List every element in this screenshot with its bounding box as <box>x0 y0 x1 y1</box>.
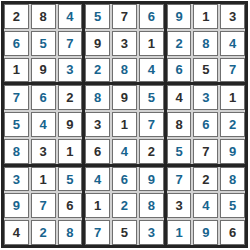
sudoku-cell-r1c3[interactable]: 4 <box>58 4 83 29</box>
sudoku-cell-r4c3[interactable]: 2 <box>58 85 83 110</box>
sudoku-cell-r9c4[interactable]: 7 <box>85 220 110 245</box>
sudoku-cell-r8c4[interactable]: 1 <box>85 193 110 218</box>
sudoku-cell-r3c8[interactable]: 5 <box>193 58 218 83</box>
sudoku-cell-r1c4[interactable]: 5 <box>85 4 110 29</box>
sudoku-cell-r1c2[interactable]: 8 <box>31 4 56 29</box>
sudoku-cell-r1c7[interactable]: 9 <box>167 4 192 29</box>
sudoku-box-8: 728345196 <box>167 167 245 245</box>
sudoku-cell-r9c9[interactable]: 6 <box>220 220 245 245</box>
sudoku-cell-r7c9[interactable]: 8 <box>220 167 245 192</box>
sudoku-cell-r3c3[interactable]: 3 <box>58 58 83 83</box>
sudoku-box-2: 913284657 <box>167 4 245 82</box>
sudoku-cell-r9c6[interactable]: 3 <box>139 220 164 245</box>
sudoku-cell-r6c3[interactable]: 1 <box>58 139 83 164</box>
sudoku-cell-r5c2[interactable]: 4 <box>31 112 56 137</box>
sudoku-cell-r6c4[interactable]: 6 <box>85 139 110 164</box>
sudoku-cell-r9c8[interactable]: 9 <box>193 220 218 245</box>
sudoku-cell-r5c7[interactable]: 8 <box>167 112 192 137</box>
sudoku-cell-r8c6[interactable]: 8 <box>139 193 164 218</box>
sudoku-cell-r3c6[interactable]: 4 <box>139 58 164 83</box>
sudoku-cell-r6c9[interactable]: 9 <box>220 139 245 164</box>
sudoku-cell-r7c8[interactable]: 2 <box>193 167 218 192</box>
sudoku-box-4: 895317642 <box>85 85 163 163</box>
sudoku-cell-r1c9[interactable]: 3 <box>220 4 245 29</box>
sudoku-cell-r2c9[interactable]: 4 <box>220 31 245 56</box>
sudoku-box-0: 284657193 <box>4 4 82 82</box>
sudoku-cell-r8c5[interactable]: 2 <box>112 193 137 218</box>
sudoku-cell-r6c1[interactable]: 8 <box>4 139 29 164</box>
sudoku-cell-r2c8[interactable]: 8 <box>193 31 218 56</box>
sudoku-cell-r2c3[interactable]: 7 <box>58 31 83 56</box>
sudoku-cell-r6c7[interactable]: 5 <box>167 139 192 164</box>
sudoku-cell-r7c7[interactable]: 7 <box>167 167 192 192</box>
sudoku-cell-r9c3[interactable]: 8 <box>58 220 83 245</box>
sudoku-cell-r8c3[interactable]: 6 <box>58 193 83 218</box>
sudoku-cell-r1c6[interactable]: 6 <box>139 4 164 29</box>
sudoku-cell-r2c7[interactable]: 2 <box>167 31 192 56</box>
sudoku-cell-r1c8[interactable]: 1 <box>193 4 218 29</box>
sudoku-cell-r4c4[interactable]: 8 <box>85 85 110 110</box>
sudoku-cell-r5c4[interactable]: 3 <box>85 112 110 137</box>
sudoku-cell-r7c1[interactable]: 3 <box>4 167 29 192</box>
sudoku-cell-r5c3[interactable]: 9 <box>58 112 83 137</box>
sudoku-cell-r5c8[interactable]: 6 <box>193 112 218 137</box>
sudoku-cell-r4c6[interactable]: 5 <box>139 85 164 110</box>
sudoku-cell-r3c9[interactable]: 7 <box>220 58 245 83</box>
sudoku-cell-r3c4[interactable]: 2 <box>85 58 110 83</box>
sudoku-cell-r3c7[interactable]: 6 <box>167 58 192 83</box>
sudoku-cell-r5c9[interactable]: 2 <box>220 112 245 137</box>
sudoku-cell-r4c9[interactable]: 1 <box>220 85 245 110</box>
sudoku-box-7: 469128753 <box>85 167 163 245</box>
sudoku-box-6: 315976428 <box>4 167 82 245</box>
sudoku-cell-r1c1[interactable]: 2 <box>4 4 29 29</box>
sudoku-box-5: 431862579 <box>167 85 245 163</box>
sudoku-cell-r3c1[interactable]: 1 <box>4 58 29 83</box>
sudoku-cell-r8c7[interactable]: 3 <box>167 193 192 218</box>
sudoku-cell-r6c2[interactable]: 3 <box>31 139 56 164</box>
sudoku-cell-r8c2[interactable]: 7 <box>31 193 56 218</box>
sudoku-cell-r4c7[interactable]: 4 <box>167 85 192 110</box>
sudoku-cell-r5c5[interactable]: 1 <box>112 112 137 137</box>
sudoku-cell-r9c2[interactable]: 2 <box>31 220 56 245</box>
sudoku-cell-r6c8[interactable]: 7 <box>193 139 218 164</box>
sudoku-cell-r7c6[interactable]: 9 <box>139 167 164 192</box>
sudoku-cell-r8c8[interactable]: 4 <box>193 193 218 218</box>
sudoku-cell-r2c6[interactable]: 1 <box>139 31 164 56</box>
sudoku-cell-r3c2[interactable]: 9 <box>31 58 56 83</box>
sudoku-cell-r2c4[interactable]: 9 <box>85 31 110 56</box>
sudoku-cell-r3c5[interactable]: 8 <box>112 58 137 83</box>
sudoku-cell-r5c6[interactable]: 7 <box>139 112 164 137</box>
sudoku-cell-r9c5[interactable]: 5 <box>112 220 137 245</box>
sudoku-box-3: 762549831 <box>4 85 82 163</box>
sudoku-cell-r7c4[interactable]: 4 <box>85 167 110 192</box>
sudoku-cell-r4c1[interactable]: 7 <box>4 85 29 110</box>
sudoku-cell-r4c5[interactable]: 9 <box>112 85 137 110</box>
sudoku-cell-r8c9[interactable]: 5 <box>220 193 245 218</box>
sudoku-cell-r6c5[interactable]: 4 <box>112 139 137 164</box>
sudoku-board: 2846571935769312849132846577625498318953… <box>1 1 248 248</box>
sudoku-cell-r5c1[interactable]: 5 <box>4 112 29 137</box>
sudoku-cell-r2c5[interactable]: 3 <box>112 31 137 56</box>
sudoku-cell-r1c5[interactable]: 7 <box>112 4 137 29</box>
sudoku-cell-r7c3[interactable]: 5 <box>58 167 83 192</box>
sudoku-cell-r8c1[interactable]: 9 <box>4 193 29 218</box>
sudoku-cell-r4c8[interactable]: 3 <box>193 85 218 110</box>
sudoku-cell-r6c6[interactable]: 2 <box>139 139 164 164</box>
sudoku-cell-r2c1[interactable]: 6 <box>4 31 29 56</box>
sudoku-cell-r2c2[interactable]: 5 <box>31 31 56 56</box>
sudoku-box-1: 576931284 <box>85 4 163 82</box>
sudoku-cell-r9c7[interactable]: 1 <box>167 220 192 245</box>
sudoku-cell-r4c2[interactable]: 6 <box>31 85 56 110</box>
sudoku-cell-r7c2[interactable]: 1 <box>31 167 56 192</box>
sudoku-cell-r7c5[interactable]: 6 <box>112 167 137 192</box>
sudoku-cell-r9c1[interactable]: 4 <box>4 220 29 245</box>
